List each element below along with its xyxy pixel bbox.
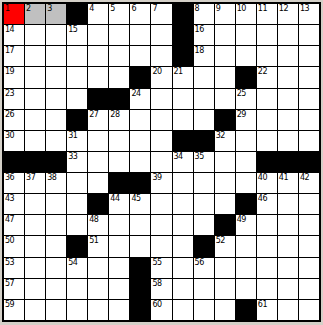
clue-number: 35 (195, 152, 204, 161)
cell-r5c7[interactable]: 24 (130, 89, 150, 109)
clue-number: 30 (5, 131, 14, 140)
clue-number: 50 (5, 236, 14, 245)
blocked-cell-r7c9 (173, 131, 193, 151)
cell-r6c13[interactable] (257, 110, 277, 130)
cell-r10c14[interactable] (278, 194, 298, 214)
cell-r10c13[interactable]: 46 (257, 194, 277, 214)
blocked-cell-r8c1 (4, 152, 24, 172)
cell-r12c9[interactable] (173, 236, 193, 256)
cell-r8c9[interactable]: 34 (173, 152, 193, 172)
cell-r14c12[interactable] (236, 279, 256, 299)
blocked-cell-r10c5 (88, 194, 108, 214)
cell-r8c5[interactable] (88, 152, 108, 172)
cell-r2c15[interactable] (299, 25, 319, 45)
cell-r10c10[interactable] (194, 194, 214, 214)
cell-r5c8[interactable] (151, 89, 171, 109)
cell-r3c11[interactable] (215, 46, 235, 66)
cell-r11c12[interactable]: 49 (236, 215, 256, 235)
blocked-cell-r5c5 (88, 89, 108, 109)
cell-r10c7[interactable]: 45 (130, 194, 150, 214)
cell-r14c2[interactable] (25, 279, 45, 299)
cell-r6c6[interactable]: 28 (109, 110, 129, 130)
cell-r7c8[interactable] (151, 131, 171, 151)
cell-r8c11[interactable] (215, 152, 235, 172)
blocked-cell-r4c7 (130, 67, 150, 87)
cell-r8c4[interactable]: 33 (67, 152, 87, 172)
cell-r3c6[interactable] (109, 46, 129, 66)
cell-r11c14[interactable] (278, 215, 298, 235)
clue-number: 27 (89, 110, 98, 119)
cell-r7c3[interactable] (46, 131, 66, 151)
cell-r2c5[interactable] (88, 25, 108, 45)
blocked-cell-r12c10 (194, 236, 214, 256)
clue-number: 54 (68, 258, 77, 267)
clue-number: 58 (152, 279, 161, 288)
cell-r3c8[interactable] (151, 46, 171, 66)
cell-r7c7[interactable] (130, 131, 150, 151)
cell-r11c4[interactable] (67, 215, 87, 235)
cell-r5c15[interactable] (299, 89, 319, 109)
blocked-cell-r8c15 (299, 152, 319, 172)
clue-number: 16 (195, 25, 204, 34)
cell-r11c2[interactable] (25, 215, 45, 235)
cell-r14c3[interactable] (46, 279, 66, 299)
clue-number: 4 (89, 4, 94, 13)
cell-r12c5[interactable]: 51 (88, 236, 108, 256)
clue-number: 32 (216, 131, 225, 140)
cell-r6c5[interactable]: 27 (88, 110, 108, 130)
cell-r10c11[interactable] (215, 194, 235, 214)
cell-r11c3[interactable] (46, 215, 66, 235)
blocked-cell-r10c12 (236, 194, 256, 214)
clue-number: 52 (216, 236, 225, 245)
clue-number: 18 (195, 46, 204, 55)
cell-r10c15[interactable] (299, 194, 319, 214)
clue-number: 57 (5, 279, 14, 288)
cell-r4c10[interactable] (194, 67, 214, 87)
cell-r1c14[interactable]: 12 (278, 4, 298, 24)
cell-r13c4[interactable]: 54 (67, 258, 87, 278)
clue-number: 17 (5, 46, 14, 55)
cell-r1c11[interactable]: 9 (215, 4, 235, 24)
cell-r7c1[interactable]: 30 (4, 131, 24, 151)
cell-r2c10[interactable]: 16 (194, 25, 214, 45)
cell-r2c14[interactable] (278, 25, 298, 45)
cell-r14c1[interactable]: 57 (4, 279, 24, 299)
blocked-cell-r14c7 (130, 279, 150, 299)
clue-number: 2 (26, 4, 31, 13)
cell-r12c3[interactable] (46, 236, 66, 256)
clue-number: 26 (5, 110, 14, 119)
clue-number: 31 (68, 131, 77, 140)
clue-number: 7 (152, 4, 157, 13)
cell-r11c9[interactable] (173, 215, 193, 235)
clue-number: 51 (89, 236, 98, 245)
cell-r6c9[interactable] (173, 110, 193, 130)
clue-number: 38 (47, 173, 56, 182)
cell-r11c8[interactable] (151, 215, 171, 235)
cell-r15c5[interactable] (88, 300, 108, 320)
cell-r9c12[interactable] (236, 173, 256, 193)
blocked-cell-r4c12 (236, 67, 256, 87)
cell-r2c6[interactable] (109, 25, 129, 45)
cell-r11c1[interactable]: 47 (4, 215, 24, 235)
cell-r4c13[interactable]: 22 (257, 67, 277, 87)
clue-number: 48 (89, 215, 98, 224)
cell-r11c10[interactable] (194, 215, 214, 235)
cell-r4c8[interactable]: 20 (151, 67, 171, 87)
cell-r15c3[interactable] (46, 300, 66, 320)
cell-r12c11[interactable]: 52 (215, 236, 235, 256)
cell-r12c13[interactable] (257, 236, 277, 256)
cell-r12c15[interactable] (299, 236, 319, 256)
cell-r14c9[interactable] (173, 279, 193, 299)
clue-number: 6 (131, 4, 136, 13)
cell-r7c11[interactable]: 32 (215, 131, 235, 151)
cell-r12c2[interactable] (25, 236, 45, 256)
cell-r13c13[interactable] (257, 258, 277, 278)
cell-r3c13[interactable] (257, 46, 277, 66)
clue-number: 60 (152, 300, 161, 309)
cell-r5c13[interactable] (257, 89, 277, 109)
clue-number: 47 (5, 215, 14, 224)
cell-r14c13[interactable] (257, 279, 277, 299)
cell-r9c1[interactable]: 36 (4, 173, 24, 193)
cell-r9c15[interactable]: 42 (299, 173, 319, 193)
cell-r1c10[interactable]: 8 (194, 4, 214, 24)
cell-r3c3[interactable] (46, 46, 66, 66)
cell-r7c14[interactable] (278, 131, 298, 151)
blocked-cell-r1c9 (173, 4, 193, 24)
cell-r6c8[interactable] (151, 110, 171, 130)
cell-r9c10[interactable] (194, 173, 214, 193)
clue-number: 61 (258, 300, 267, 309)
cell-r11c5[interactable]: 48 (88, 215, 108, 235)
cell-r3c10[interactable]: 18 (194, 46, 214, 66)
cell-r10c2[interactable] (25, 194, 45, 214)
cell-r10c9[interactable] (173, 194, 193, 214)
cell-r9c4[interactable] (67, 173, 87, 193)
cell-r15c11[interactable] (215, 300, 235, 320)
cell-r3c14[interactable] (278, 46, 298, 66)
cell-r12c8[interactable] (151, 236, 171, 256)
cell-r5c14[interactable] (278, 89, 298, 109)
cell-r1c6[interactable]: 5 (109, 4, 129, 24)
clue-number: 43 (5, 194, 14, 203)
cell-r15c13[interactable]: 61 (257, 300, 277, 320)
cell-r1c7[interactable]: 6 (130, 4, 150, 24)
cell-r2c13[interactable] (257, 25, 277, 45)
cell-r3c15[interactable] (299, 46, 319, 66)
cell-r15c14[interactable] (278, 300, 298, 320)
cell-r7c15[interactable] (299, 131, 319, 151)
cell-r4c9[interactable]: 21 (173, 67, 193, 87)
clue-number: 28 (110, 110, 119, 119)
cell-r2c8[interactable] (151, 25, 171, 45)
cell-r9c9[interactable] (173, 173, 193, 193)
cell-r10c6[interactable]: 44 (109, 194, 129, 214)
cell-r9c13[interactable]: 40 (257, 173, 277, 193)
cell-r4c11[interactable] (215, 67, 235, 87)
cell-r14c10[interactable] (194, 279, 214, 299)
cell-r13c6[interactable] (109, 258, 129, 278)
clue-number: 36 (5, 173, 14, 182)
cell-r5c12[interactable]: 25 (236, 89, 256, 109)
blocked-cell-r6c4 (67, 110, 87, 130)
cell-r3c12[interactable] (236, 46, 256, 66)
cell-r15c9[interactable] (173, 300, 193, 320)
cell-r14c11[interactable] (215, 279, 235, 299)
cell-r7c5[interactable] (88, 131, 108, 151)
clue-number: 44 (110, 194, 119, 203)
cell-r5c4[interactable] (67, 89, 87, 109)
cell-r5c9[interactable] (173, 89, 193, 109)
cell-r15c15[interactable] (299, 300, 319, 320)
blocked-cell-r15c7 (130, 300, 150, 320)
clue-number: 21 (174, 67, 183, 76)
blocked-cell-r5c6 (109, 89, 129, 109)
cell-r2c2[interactable] (25, 25, 45, 45)
clue-number: 25 (237, 89, 246, 98)
cell-r14c15[interactable] (299, 279, 319, 299)
cell-r1c3[interactable]: 3 (46, 4, 66, 24)
clue-number: 19 (5, 67, 14, 76)
cell-r10c8[interactable] (151, 194, 171, 214)
clue-number: 11 (258, 4, 267, 13)
blocked-cell-r8c3 (46, 152, 66, 172)
cell-r15c10[interactable] (194, 300, 214, 320)
cell-r8c12[interactable] (236, 152, 256, 172)
cell-r6c14[interactable] (278, 110, 298, 130)
cell-r1c12[interactable]: 10 (236, 4, 256, 24)
cell-r12c6[interactable] (109, 236, 129, 256)
clue-number: 55 (152, 258, 161, 267)
cell-r15c6[interactable] (109, 300, 129, 320)
blocked-cell-r9c7 (130, 173, 150, 193)
cell-r4c15[interactable] (299, 67, 319, 87)
clue-number: 24 (131, 89, 140, 98)
cell-r1c8[interactable]: 7 (151, 4, 171, 24)
cell-r5c1[interactable]: 23 (4, 89, 24, 109)
clue-number: 41 (279, 173, 288, 182)
clue-number: 15 (68, 25, 77, 34)
cell-r11c7[interactable] (130, 215, 150, 235)
cell-r9c5[interactable] (88, 173, 108, 193)
cell-r14c14[interactable] (278, 279, 298, 299)
clue-number: 56 (195, 258, 204, 267)
cell-r2c7[interactable] (130, 25, 150, 45)
cell-r6c15[interactable] (299, 110, 319, 130)
clue-number: 9 (216, 4, 221, 13)
cell-r14c4[interactable] (67, 279, 87, 299)
cell-r9c8[interactable]: 39 (151, 173, 171, 193)
cell-r11c15[interactable] (299, 215, 319, 235)
cell-r7c13[interactable] (257, 131, 277, 151)
clue-number: 20 (152, 67, 161, 76)
blocked-cell-r8c13 (257, 152, 277, 172)
cell-r2c11[interactable] (215, 25, 235, 45)
cell-r8c7[interactable] (130, 152, 150, 172)
clue-number: 29 (237, 110, 246, 119)
cell-r10c1[interactable]: 43 (4, 194, 24, 214)
cell-r10c3[interactable] (46, 194, 66, 214)
blocked-cell-r13c7 (130, 258, 150, 278)
cell-r3c2[interactable] (25, 46, 45, 66)
blocked-cell-r1c4 (67, 4, 87, 24)
blocked-cell-r8c2 (25, 152, 45, 172)
cell-r9c14[interactable]: 41 (278, 173, 298, 193)
clue-number: 34 (174, 152, 183, 161)
cell-r6c2[interactable] (25, 110, 45, 130)
cell-r12c14[interactable] (278, 236, 298, 256)
cell-r4c6[interactable] (109, 67, 129, 87)
cell-r13c3[interactable] (46, 258, 66, 278)
cell-r4c1[interactable]: 19 (4, 67, 24, 87)
clue-number: 5 (110, 4, 115, 13)
cell-r12c7[interactable] (130, 236, 150, 256)
cell-r6c7[interactable] (130, 110, 150, 130)
cell-r4c3[interactable] (46, 67, 66, 87)
cell-r6c3[interactable] (46, 110, 66, 130)
cell-r9c11[interactable] (215, 173, 235, 193)
cell-r13c9[interactable] (173, 258, 193, 278)
cell-r5c10[interactable] (194, 89, 214, 109)
cell-r2c1[interactable]: 14 (4, 25, 24, 45)
blocked-cell-r12c4 (67, 236, 87, 256)
cell-r4c5[interactable] (88, 67, 108, 87)
cell-r4c4[interactable] (67, 67, 87, 87)
cell-r13c14[interactable] (278, 258, 298, 278)
clue-number: 45 (131, 194, 140, 203)
cell-r13c2[interactable] (25, 258, 45, 278)
cell-r13c11[interactable] (215, 258, 235, 278)
cell-r3c4[interactable] (67, 46, 87, 66)
cell-r1c15[interactable]: 13 (299, 4, 319, 24)
crossword-grid: 1234567891011121314151617181920212223242… (2, 2, 321, 322)
cell-r5c3[interactable] (46, 89, 66, 109)
clue-number: 37 (26, 173, 35, 182)
cell-r15c8[interactable]: 60 (151, 300, 171, 320)
clue-number: 8 (195, 4, 200, 13)
clue-number: 40 (258, 173, 267, 182)
cell-r7c12[interactable] (236, 131, 256, 151)
blocked-cell-r2c9 (173, 25, 193, 45)
cell-r4c2[interactable] (25, 67, 45, 87)
cell-r13c5[interactable] (88, 258, 108, 278)
clue-number: 39 (152, 173, 161, 182)
cell-r12c12[interactable] (236, 236, 256, 256)
cell-r3c5[interactable] (88, 46, 108, 66)
clue-number: 10 (237, 4, 246, 13)
clue-number: 33 (68, 152, 77, 161)
cell-r6c12[interactable]: 29 (236, 110, 256, 130)
cell-r12c1[interactable]: 50 (4, 236, 24, 256)
clue-number: 3 (47, 4, 52, 13)
cell-r5c2[interactable] (25, 89, 45, 109)
clue-number: 59 (5, 300, 14, 309)
clue-number: 49 (237, 215, 246, 224)
clue-number: 53 (5, 258, 14, 267)
cell-r9c2[interactable]: 37 (25, 173, 45, 193)
cell-r8c10[interactable]: 35 (194, 152, 214, 172)
blocked-cell-r7c10 (194, 131, 214, 151)
clue-number: 14 (5, 25, 14, 34)
blocked-cell-r9c6 (109, 173, 129, 193)
blocked-cell-r15c12 (236, 300, 256, 320)
cell-r1c5[interactable]: 4 (88, 4, 108, 24)
cell-r1c2[interactable]: 2 (25, 4, 45, 24)
cell-r11c13[interactable] (257, 215, 277, 235)
cell-r8c6[interactable] (109, 152, 129, 172)
cell-r2c3[interactable] (46, 25, 66, 45)
cell-r15c1[interactable]: 59 (4, 300, 24, 320)
cell-r8c8[interactable] (151, 152, 171, 172)
cell-r13c10[interactable]: 56 (194, 258, 214, 278)
blocked-cell-r3c9 (173, 46, 193, 66)
clue-number: 13 (300, 4, 309, 13)
clue-number: 46 (258, 194, 267, 203)
cell-r15c2[interactable] (25, 300, 45, 320)
cell-r1c1[interactable]: 1 (4, 4, 24, 24)
clue-number: 22 (258, 67, 267, 76)
cell-r6c10[interactable] (194, 110, 214, 130)
cell-r15c4[interactable] (67, 300, 87, 320)
cell-r13c1[interactable]: 53 (4, 258, 24, 278)
blocked-cell-r8c14 (278, 152, 298, 172)
cell-r14c5[interactable] (88, 279, 108, 299)
clue-number: 12 (279, 4, 288, 13)
clue-number: 23 (5, 89, 14, 98)
cell-r6c1[interactable]: 26 (4, 110, 24, 130)
cell-r11c6[interactable] (109, 215, 129, 235)
cell-r7c6[interactable] (109, 131, 129, 151)
blocked-cell-r11c11 (215, 215, 235, 235)
cell-r13c12[interactable] (236, 258, 256, 278)
clue-number: 42 (300, 173, 309, 182)
blocked-cell-r6c11 (215, 110, 235, 130)
cell-r7c4[interactable]: 31 (67, 131, 87, 151)
cell-r14c8[interactable]: 58 (151, 279, 171, 299)
clue-number: 1 (5, 4, 10, 13)
cell-r3c7[interactable] (130, 46, 150, 66)
cell-r4c14[interactable] (278, 67, 298, 87)
cell-r2c4[interactable]: 15 (67, 25, 87, 45)
cell-r13c8[interactable]: 55 (151, 258, 171, 278)
cell-r1c13[interactable]: 11 (257, 4, 277, 24)
cell-r14c6[interactable] (109, 279, 129, 299)
cell-r2c12[interactable] (236, 25, 256, 45)
cell-r10c4[interactable] (67, 194, 87, 214)
cell-r3c1[interactable]: 17 (4, 46, 24, 66)
cell-r7c2[interactable] (25, 131, 45, 151)
cell-r5c11[interactable] (215, 89, 235, 109)
cell-r9c3[interactable]: 38 (46, 173, 66, 193)
cell-r13c15[interactable] (299, 258, 319, 278)
